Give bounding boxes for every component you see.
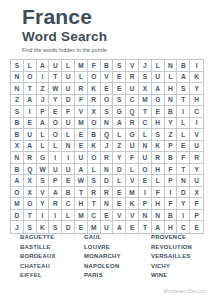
grid-cell-r13c8[interactable]: N bbox=[101, 198, 114, 210]
grid-cell-r8c11[interactable]: N bbox=[139, 141, 152, 153]
grid-cell-r8c14[interactable]: E bbox=[177, 141, 190, 153]
word-list-column-2: GAULLOUVREMONARCHYNAPOLEONPARIS bbox=[84, 233, 121, 281]
grid-cell-r9c6[interactable]: U bbox=[75, 152, 88, 164]
grid-cell-r13c14[interactable]: Y bbox=[177, 198, 190, 210]
grid-cell-r9c8[interactable]: R bbox=[101, 152, 114, 164]
word-item-eiffel: EIFFEL bbox=[20, 271, 56, 281]
grid-cell-r6c11[interactable]: C bbox=[139, 118, 152, 130]
grid-cell-r8c12[interactable]: K bbox=[152, 141, 165, 153]
grid-cell-r9c1[interactable]: N bbox=[11, 152, 24, 164]
grid-cell-r12c14[interactable]: D bbox=[177, 187, 190, 199]
grid-cell-r6c10[interactable]: R bbox=[126, 118, 139, 130]
grid-cell-r5c1[interactable]: S bbox=[11, 106, 24, 118]
grid-cell-r9c12[interactable]: R bbox=[152, 152, 165, 164]
grid-cell-r12c4[interactable]: A bbox=[49, 187, 62, 199]
grid-cell-r5c10[interactable]: Q bbox=[126, 106, 139, 118]
grid-cell-r4c15[interactable]: H bbox=[190, 95, 203, 107]
grid-cell-r7c15[interactable]: V bbox=[190, 129, 203, 141]
grid-cell-r15c8[interactable]: U bbox=[101, 221, 114, 233]
grid-cell-r2c9[interactable]: E bbox=[113, 72, 126, 84]
grid-cell-r15c3[interactable]: K bbox=[37, 221, 50, 233]
grid-cell-r13c10[interactable]: K bbox=[126, 198, 139, 210]
grid-cell-r15c14[interactable]: C bbox=[177, 221, 190, 233]
grid-cell-r10c15[interactable]: Y bbox=[190, 164, 203, 176]
grid-cell-r3c8[interactable]: E bbox=[101, 83, 114, 95]
grid-cell-r3c10[interactable]: U bbox=[126, 83, 139, 95]
grid-cell-r14c6[interactable]: M bbox=[75, 210, 88, 222]
watermark-credit: WordsearchZen.com bbox=[164, 289, 207, 294]
grid-cell-r2c15[interactable]: K bbox=[190, 72, 203, 84]
grid-cell-r2c11[interactable]: S bbox=[139, 72, 152, 84]
grid-cell-r12c13[interactable]: I bbox=[165, 187, 178, 199]
grid-cell-r8c9[interactable]: Z bbox=[113, 141, 126, 153]
grid-cell-r5c14[interactable]: I bbox=[177, 106, 190, 118]
grid-cell-r14c4[interactable]: I bbox=[49, 210, 62, 222]
grid-cell-r14c5[interactable]: L bbox=[62, 210, 75, 222]
grid-cell-r10c6[interactable]: A bbox=[75, 164, 88, 176]
grid-cell-r11c4[interactable]: P bbox=[49, 175, 62, 187]
grid-cell-r11c15[interactable]: U bbox=[190, 175, 203, 187]
grid-cell-r6c3[interactable]: A bbox=[37, 118, 50, 130]
grid-cell-r13c4[interactable]: R bbox=[49, 198, 62, 210]
grid-cell-r12c10[interactable]: M bbox=[126, 187, 139, 199]
grid-cell-r8c8[interactable]: J bbox=[101, 141, 114, 153]
grid-cell-r11c2[interactable]: X bbox=[24, 175, 37, 187]
grid-cell-r9c4[interactable]: I bbox=[49, 152, 62, 164]
grid-cell-r14c14[interactable]: I bbox=[177, 210, 190, 222]
grid-cell-r13c1[interactable]: M bbox=[11, 198, 24, 210]
grid-cell-r9c14[interactable]: F bbox=[177, 152, 190, 164]
grid-cell-r15c10[interactable]: E bbox=[126, 221, 139, 233]
grid-cell-r4c10[interactable]: C bbox=[126, 95, 139, 107]
grid-cell-r14c11[interactable]: N bbox=[139, 210, 152, 222]
grid-cell-r3c4[interactable]: W bbox=[49, 83, 62, 95]
grid-cell-r6c13[interactable]: Y bbox=[165, 118, 178, 130]
grid-cell-r11c1[interactable]: A bbox=[11, 175, 24, 187]
grid-cell-r12c12[interactable]: F bbox=[152, 187, 165, 199]
grid-cell-r7c2[interactable]: U bbox=[24, 129, 37, 141]
grid-cell-r13c11[interactable]: P bbox=[139, 198, 152, 210]
grid-cell-r8c2[interactable]: A bbox=[24, 141, 37, 153]
grid-cell-r3c9[interactable]: E bbox=[113, 83, 126, 95]
grid-cell-r7c6[interactable]: E bbox=[75, 129, 88, 141]
word-list-column-1: BAGUETTEBASTILLEBORDEAUXCHATEAUEIFFEL bbox=[20, 233, 56, 281]
grid-cell-r5c12[interactable]: E bbox=[152, 106, 165, 118]
grid-cell-r6c12[interactable]: H bbox=[152, 118, 165, 130]
grid-cell-r10c14[interactable]: T bbox=[177, 164, 190, 176]
grid-cell-r4c11[interactable]: M bbox=[139, 95, 152, 107]
grid-cell-r13c9[interactable]: E bbox=[113, 198, 126, 210]
grid-cell-r1c13[interactable]: N bbox=[165, 60, 178, 72]
grid-cell-r10c3[interactable]: W bbox=[37, 164, 50, 176]
grid-cell-r7c12[interactable]: S bbox=[152, 129, 165, 141]
grid-cell-r12c15[interactable]: X bbox=[190, 187, 203, 199]
word-item-bastille: BASTILLE bbox=[20, 243, 56, 253]
grid-cell-r3c12[interactable]: A bbox=[152, 83, 165, 95]
grid-cell-r13c13[interactable]: F bbox=[165, 198, 178, 210]
grid-cell-r2c6[interactable]: L bbox=[75, 72, 88, 84]
grid-cell-r6c6[interactable]: M bbox=[75, 118, 88, 130]
grid-cell-r7c13[interactable]: Z bbox=[165, 129, 178, 141]
grid-cell-r5c13[interactable]: B bbox=[165, 106, 178, 118]
grid-cell-r1c3[interactable]: A bbox=[37, 60, 50, 72]
grid-cell-r3c6[interactable]: R bbox=[75, 83, 88, 95]
grid-cell-r13c15[interactable]: F bbox=[190, 198, 203, 210]
grid-cell-r15c2[interactable]: S bbox=[24, 221, 37, 233]
grid-cell-r5c4[interactable]: E bbox=[49, 106, 62, 118]
word-search-grid: SLAULMFBSVJLNBINOITULOVERSULAKNTZWURKEEU… bbox=[10, 59, 204, 234]
grid-cell-r15c12[interactable]: A bbox=[152, 221, 165, 233]
grid-cell-r11c3[interactable]: S bbox=[37, 175, 50, 187]
grid-cell-r9c10[interactable]: F bbox=[126, 152, 139, 164]
grid-cell-r4c2[interactable]: A bbox=[24, 95, 37, 107]
grid-cell-r10c4[interactable]: U bbox=[49, 164, 62, 176]
word-item-paris: PARIS bbox=[84, 271, 121, 281]
puzzle-instructions: Find the words hidden in the puzzle bbox=[22, 47, 107, 53]
grid-cell-r2c3[interactable]: I bbox=[37, 72, 50, 84]
grid-cell-r5c15[interactable]: C bbox=[190, 106, 203, 118]
grid-cell-r6c5[interactable]: U bbox=[62, 118, 75, 130]
grid-cell-r15c11[interactable]: T bbox=[139, 221, 152, 233]
grid-cell-r1c15[interactable]: I bbox=[190, 60, 203, 72]
grid-cell-r6c4[interactable]: O bbox=[49, 118, 62, 130]
grid-cell-r9c3[interactable]: G bbox=[37, 152, 50, 164]
grid-cell-r11c11[interactable]: E bbox=[139, 175, 152, 187]
grid-cell-r8c13[interactable]: P bbox=[165, 141, 178, 153]
grid-cell-r8c15[interactable]: U bbox=[190, 141, 203, 153]
grid-cell-r9c11[interactable]: U bbox=[139, 152, 152, 164]
grid-cell-r15c1[interactable]: J bbox=[11, 221, 24, 233]
grid-cell-r11c14[interactable]: N bbox=[177, 175, 190, 187]
grid-cell-r5c9[interactable]: G bbox=[113, 106, 126, 118]
grid-cell-r15c7[interactable]: M bbox=[88, 221, 101, 233]
grid-cell-r12c7[interactable]: R bbox=[88, 187, 101, 199]
grid-cell-r5c7[interactable]: X bbox=[88, 106, 101, 118]
grid-cell-r2c14[interactable]: A bbox=[177, 72, 190, 84]
grid-cell-r15c5[interactable]: D bbox=[62, 221, 75, 233]
grid-cell-r8c5[interactable]: N bbox=[62, 141, 75, 153]
grid-cell-r3c15[interactable]: Y bbox=[190, 83, 203, 95]
grid-cell-r11c8[interactable]: D bbox=[101, 175, 114, 187]
grid-cell-r7c8[interactable]: Q bbox=[101, 129, 114, 141]
grid-cell-r8c7[interactable]: K bbox=[88, 141, 101, 153]
grid-cell-r12c3[interactable]: V bbox=[37, 187, 50, 199]
word-item-versailles: VERSAILLES bbox=[151, 252, 192, 262]
puzzle-page: France Word Search Find the words hidden… bbox=[0, 0, 212, 300]
grid-cell-r4c3[interactable]: J bbox=[37, 95, 50, 107]
grid-cell-r1c14[interactable]: B bbox=[177, 60, 190, 72]
grid-cell-r14c9[interactable]: V bbox=[113, 210, 126, 222]
grid-cell-r6c2[interactable]: E bbox=[24, 118, 37, 130]
grid-cell-r4c4[interactable]: Y bbox=[49, 95, 62, 107]
grid-cell-r1c1[interactable]: S bbox=[11, 60, 24, 72]
grid-cell-r9c7[interactable]: O bbox=[88, 152, 101, 164]
word-item-louvre: LOUVRE bbox=[84, 243, 121, 253]
grid-cell-r1c4[interactable]: U bbox=[49, 60, 62, 72]
grid-cell-r13c12[interactable]: H bbox=[152, 198, 165, 210]
grid-cell-r9c15[interactable]: R bbox=[190, 152, 203, 164]
grid-cell-r9c13[interactable]: B bbox=[165, 152, 178, 164]
page-subtitle: Word Search bbox=[22, 29, 107, 44]
grid-cell-r4c7[interactable]: R bbox=[88, 95, 101, 107]
grid-cell-r2c13[interactable]: L bbox=[165, 72, 178, 84]
grid-cell-r12c1[interactable]: O bbox=[11, 187, 24, 199]
grid-cell-r15c6[interactable]: E bbox=[75, 221, 88, 233]
grid-cell-r1c2[interactable]: L bbox=[24, 60, 37, 72]
grid-cell-r13c6[interactable]: H bbox=[75, 198, 88, 210]
grid-cell-r14c8[interactable]: E bbox=[101, 210, 114, 222]
grid-cell-r6c1[interactable]: B bbox=[11, 118, 24, 130]
grid-cell-r9c2[interactable]: R bbox=[24, 152, 37, 164]
grid-cell-r14c3[interactable]: I bbox=[37, 210, 50, 222]
grid-cell-r2c12[interactable]: U bbox=[152, 72, 165, 84]
grid-cell-r3c13[interactable]: H bbox=[165, 83, 178, 95]
grid-cell-r7c3[interactable]: L bbox=[37, 129, 50, 141]
grid-cell-r7c7[interactable]: B bbox=[88, 129, 101, 141]
word-item-baguette: BAGUETTE bbox=[20, 233, 56, 243]
grid-cell-r14c7[interactable]: C bbox=[88, 210, 101, 222]
grid-cell-r5c5[interactable]: F bbox=[62, 106, 75, 118]
grid-cell-r4c1[interactable]: Z bbox=[11, 95, 24, 107]
grid-cell-r12c2[interactable]: X bbox=[24, 187, 37, 199]
grid-cell-r4c14[interactable]: T bbox=[177, 95, 190, 107]
grid-cell-r10c5[interactable]: U bbox=[62, 164, 75, 176]
word-item-napoleon: NAPOLEON bbox=[84, 262, 121, 272]
grid-cell-r2c10[interactable]: R bbox=[126, 72, 139, 84]
word-item-gaul: GAUL bbox=[84, 233, 121, 243]
grid-cell-r3c2[interactable]: T bbox=[24, 83, 37, 95]
grid-cell-r5c2[interactable]: I bbox=[24, 106, 37, 118]
grid-cell-r15c4[interactable]: S bbox=[49, 221, 62, 233]
grid-cell-r1c6[interactable]: M bbox=[75, 60, 88, 72]
grid-cell-r3c14[interactable]: S bbox=[177, 83, 190, 95]
grid-cell-r2c4[interactable]: T bbox=[49, 72, 62, 84]
grid-cell-r1c11[interactable]: J bbox=[139, 60, 152, 72]
grid-cell-r14c2[interactable]: T bbox=[24, 210, 37, 222]
grid-cell-r12c6[interactable]: T bbox=[75, 187, 88, 199]
grid-cell-r5c3[interactable]: P bbox=[37, 106, 50, 118]
word-item-vichy: VICHY bbox=[151, 262, 192, 272]
grid-cell-r7c1[interactable]: B bbox=[11, 129, 24, 141]
grid-cell-r1c12[interactable]: L bbox=[152, 60, 165, 72]
grid-cell-r6c15[interactable]: I bbox=[190, 118, 203, 130]
grid-cell-r11c7[interactable]: S bbox=[88, 175, 101, 187]
grid-cell-r8c10[interactable]: U bbox=[126, 141, 139, 153]
word-item-monarchy: MONARCHY bbox=[84, 252, 121, 262]
grid-cell-r13c2[interactable]: O bbox=[24, 198, 37, 210]
grid-cell-r1c10[interactable]: V bbox=[126, 60, 139, 72]
grid-cell-r12c8[interactable]: R bbox=[101, 187, 114, 199]
grid-cell-r15c13[interactable]: H bbox=[165, 221, 178, 233]
grid-cell-r9c5[interactable]: I bbox=[62, 152, 75, 164]
word-item-wine: WINE bbox=[151, 271, 192, 281]
grid-cell-r1c9[interactable]: S bbox=[113, 60, 126, 72]
word-list-column-3: PROVENCEREVOLUTIONVERSAILLESVICHYWINE bbox=[151, 233, 192, 281]
grid-cell-r3c7[interactable]: K bbox=[88, 83, 101, 95]
grid-cell-r14c1[interactable]: D bbox=[11, 210, 24, 222]
grid-cell-r11c10[interactable]: V bbox=[126, 175, 139, 187]
grid-cell-r8c4[interactable]: L bbox=[49, 141, 62, 153]
grid-cell-r4c9[interactable]: S bbox=[113, 95, 126, 107]
grid-cell-r11c9[interactable]: L bbox=[113, 175, 126, 187]
grid-cell-r1c8[interactable]: B bbox=[101, 60, 114, 72]
grid-cell-r8c6[interactable]: E bbox=[75, 141, 88, 153]
grid-cell-r7c4[interactable]: O bbox=[49, 129, 62, 141]
grid-cell-r3c3[interactable]: Z bbox=[37, 83, 50, 95]
grid-cell-r11c6[interactable]: W bbox=[75, 175, 88, 187]
grid-cell-r1c7[interactable]: F bbox=[88, 60, 101, 72]
grid-cell-r3c1[interactable]: N bbox=[11, 83, 24, 95]
word-item-bordeaux: BORDEAUX bbox=[20, 252, 56, 262]
grid-cell-r2c7[interactable]: O bbox=[88, 72, 101, 84]
grid-cell-r5c11[interactable]: T bbox=[139, 106, 152, 118]
word-item-provence: PROVENCE bbox=[151, 233, 192, 243]
grid-cell-r6c9[interactable]: A bbox=[113, 118, 126, 130]
grid-cell-r6c14[interactable]: L bbox=[177, 118, 190, 130]
grid-cell-r13c7[interactable]: T bbox=[88, 198, 101, 210]
grid-cell-r5c6[interactable]: V bbox=[75, 106, 88, 118]
grid-cell-r7c5[interactable]: L bbox=[62, 129, 75, 141]
grid-cell-r7c10[interactable]: G bbox=[126, 129, 139, 141]
grid-cell-r1c5[interactable]: L bbox=[62, 60, 75, 72]
grid-cell-r10c8[interactable]: N bbox=[101, 164, 114, 176]
grid-cell-r10c10[interactable]: L bbox=[126, 164, 139, 176]
grid-cell-r2c2[interactable]: O bbox=[24, 72, 37, 84]
grid-cell-r3c11[interactable]: X bbox=[139, 83, 152, 95]
grid-cell-r7c11[interactable]: L bbox=[139, 129, 152, 141]
grid-cell-r15c15[interactable]: E bbox=[190, 221, 203, 233]
grid-cell-r6c8[interactable]: N bbox=[101, 118, 114, 130]
grid-cell-r4c12[interactable]: G bbox=[152, 95, 165, 107]
grid-cell-r12c5[interactable]: B bbox=[62, 187, 75, 199]
word-item-revolution: REVOLUTION bbox=[151, 243, 192, 253]
grid-cell-r11c13[interactable]: P bbox=[165, 175, 178, 187]
grid-cell-r14c15[interactable]: P bbox=[190, 210, 203, 222]
grid-cell-r10c12[interactable]: H bbox=[152, 164, 165, 176]
grid-cell-r3c5[interactable]: U bbox=[62, 83, 75, 95]
grid-cell-r14c10[interactable]: V bbox=[126, 210, 139, 222]
grid-cell-r4c6[interactable]: F bbox=[75, 95, 88, 107]
grid-cell-r6c7[interactable]: O bbox=[88, 118, 101, 130]
grid-cell-r14c13[interactable]: B bbox=[165, 210, 178, 222]
page-title: France bbox=[22, 5, 107, 28]
puzzle-header: France Word Search Find the words hidden… bbox=[22, 5, 107, 53]
grid-cell-r13c3[interactable]: Y bbox=[37, 198, 50, 210]
grid-cell-r11c12[interactable]: L bbox=[152, 175, 165, 187]
grid-cell-r14c12[interactable]: N bbox=[152, 210, 165, 222]
grid-cell-r5c8[interactable]: S bbox=[101, 106, 114, 118]
grid-cell-r9c9[interactable]: Y bbox=[113, 152, 126, 164]
grid-cell-r15c9[interactable]: A bbox=[113, 221, 126, 233]
grid-cell-r2c8[interactable]: V bbox=[101, 72, 114, 84]
grid-cell-r2c5[interactable]: U bbox=[62, 72, 75, 84]
grid-cell-r11c5[interactable]: E bbox=[62, 175, 75, 187]
grid-cell-r13c5[interactable]: C bbox=[62, 198, 75, 210]
grid-cell-r10c9[interactable]: D bbox=[113, 164, 126, 176]
word-list: BAGUETTEBASTILLEBORDEAUXCHATEAUEIFFEL GA… bbox=[0, 233, 212, 288]
grid-cell-r4c13[interactable]: N bbox=[165, 95, 178, 107]
grid-cell-r8c1[interactable]: X bbox=[11, 141, 24, 153]
grid-cell-r12c11[interactable]: I bbox=[139, 187, 152, 199]
grid-cell-r7c9[interactable]: L bbox=[113, 129, 126, 141]
grid-cell-r2c1[interactable]: N bbox=[11, 72, 24, 84]
grid-cell-r10c11[interactable]: O bbox=[139, 164, 152, 176]
grid-cell-r4c5[interactable]: D bbox=[62, 95, 75, 107]
grid-cell-r12c9[interactable]: E bbox=[113, 187, 126, 199]
grid-cell-r10c7[interactable]: L bbox=[88, 164, 101, 176]
word-item-chateau: CHATEAU bbox=[20, 262, 56, 272]
grid-cell-r8c3[interactable]: L bbox=[37, 141, 50, 153]
grid-cell-r7c14[interactable]: L bbox=[177, 129, 190, 141]
grid-cell-r10c13[interactable]: F bbox=[165, 164, 178, 176]
grid-cell-r10c2[interactable]: Q bbox=[24, 164, 37, 176]
grid-cell-r4c8[interactable]: O bbox=[101, 95, 114, 107]
grid-cell-r10c1[interactable]: B bbox=[11, 164, 24, 176]
